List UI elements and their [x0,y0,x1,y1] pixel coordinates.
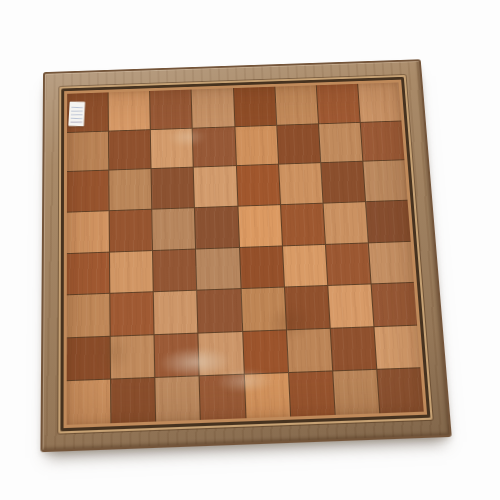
square-r6c5-light [241,288,285,331]
square-r4c7-light [323,202,367,243]
square-r4c1-light [67,211,109,253]
square-r1c4-light [192,88,234,127]
square-r3c8-light [363,160,407,201]
square-r3c4-light [194,166,237,207]
chessboard [40,59,451,452]
square-r7c6-light [287,329,332,373]
square-r6c2-dark [110,292,153,335]
square-r5c5-dark [240,246,284,288]
price-label-sticker [68,101,85,126]
square-r8c3-light [156,377,201,422]
square-r2c3-light [151,128,193,168]
square-r7c1-dark [67,337,110,381]
frame-ridge [58,75,432,434]
square-r4c3-light [153,208,196,250]
square-r1c2-light [109,91,150,130]
square-r5c6-light [283,244,327,286]
square-r4c8-dark [366,201,411,242]
square-r8c8-dark [377,369,424,414]
square-r3c5-dark [236,165,279,206]
square-r2c4-dark [193,127,235,167]
square-r6c3-light [154,291,198,334]
square-r2c1-light [67,131,108,171]
square-r5c8-light [369,241,414,283]
square-r8c6-dark [289,372,335,417]
square-r8c2-dark [111,378,155,423]
square-r7c5-dark [243,330,288,374]
square-r3c1-dark [67,171,109,212]
square-r7c8-light [374,325,420,369]
square-r6c6-dark [285,286,330,329]
square-r7c7-dark [330,327,376,371]
square-r7c3-dark [155,333,199,377]
square-r3c2-light [109,169,151,210]
square-r8c1-light [67,380,111,425]
product-photo [0,0,500,500]
square-r5c1-dark [67,252,110,294]
square-r4c5-light [238,205,282,246]
frame-groove [60,77,430,432]
square-r6c4-dark [198,289,242,332]
square-r2c2-dark [109,130,151,170]
square-r5c3-dark [153,249,196,291]
square-r8c4-dark [200,375,245,420]
square-r3c6-light [279,163,323,204]
square-r1c3-dark [150,90,192,129]
square-r1c6-light [275,85,318,124]
square-r4c4-dark [195,207,238,248]
square-r5c2-light [110,251,153,293]
square-r4c6-dark [281,204,325,245]
square-r8c5-light [244,373,289,418]
square-r2c5-light [235,125,278,165]
square-r6c7-light [328,285,373,328]
board-margin [64,80,428,428]
square-r7c2-light [111,335,155,379]
square-r2c8-dark [361,121,405,161]
square-r4c2-dark [110,210,153,252]
square-r3c7-dark [321,162,365,203]
square-r6c8-dark [371,283,417,326]
square-r5c7-dark [326,243,371,285]
square-r3c3-dark [152,168,194,209]
chessboard-frame [40,59,451,452]
square-r5c4-light [196,248,240,290]
square-r2c6-dark [277,124,320,164]
square-r8c7-light [333,370,379,415]
square-r1c7-dark [317,84,360,123]
square-r1c8-light [358,82,401,121]
square-r1c5-dark [233,87,275,126]
square-r2c7-light [319,123,362,163]
square-r7c4-light [199,332,244,376]
square-r6c1-light [67,294,110,337]
chessboard-squares [67,82,424,424]
